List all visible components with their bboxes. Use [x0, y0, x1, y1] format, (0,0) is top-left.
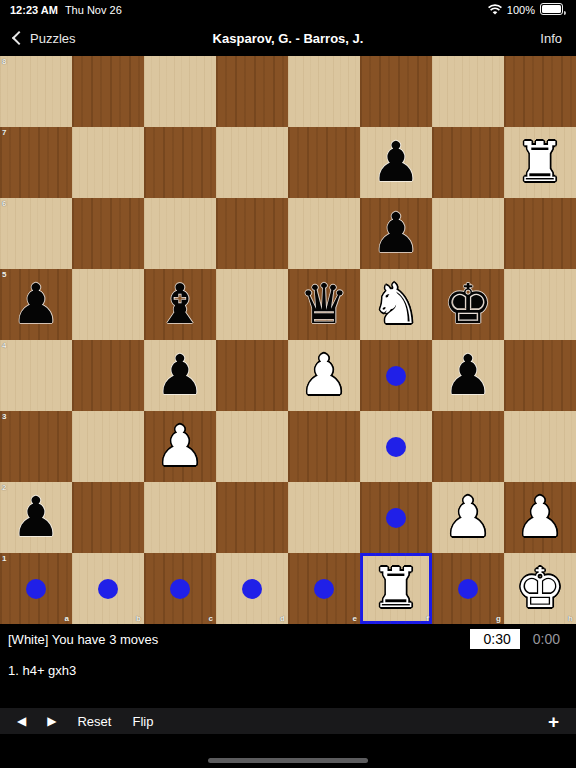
- move-hint-dot: [386, 366, 406, 386]
- square-a5[interactable]: 5♟: [0, 269, 72, 340]
- square-f2[interactable]: [360, 482, 432, 553]
- file-label-f: f: [426, 614, 429, 623]
- piece-black-queen: ♛: [288, 269, 360, 340]
- square-b8[interactable]: [72, 56, 144, 127]
- square-b4[interactable]: [72, 340, 144, 411]
- square-a6[interactable]: 6: [0, 198, 72, 269]
- square-g1[interactable]: g: [432, 553, 504, 624]
- rank-label-5: 5: [2, 270, 6, 279]
- battery-icon: [540, 3, 566, 17]
- piece-black-king: ♚: [432, 269, 504, 340]
- file-label-c: c: [209, 614, 213, 623]
- square-g3[interactable]: [432, 411, 504, 482]
- page-title: Kasparov, G. - Barros, J.: [213, 31, 364, 46]
- square-g4[interactable]: ♟: [432, 340, 504, 411]
- square-g6[interactable]: [432, 198, 504, 269]
- square-g2[interactable]: ♟: [432, 482, 504, 553]
- wifi-icon: [488, 4, 502, 17]
- square-h5[interactable]: [504, 269, 576, 340]
- square-a3[interactable]: 3: [0, 411, 72, 482]
- piece-white-knight: ♞: [360, 269, 432, 340]
- move-hint-dot: [26, 579, 46, 599]
- square-c1[interactable]: c: [144, 553, 216, 624]
- rank-label-6: 6: [2, 199, 6, 208]
- move-list: 1. h4+ gxh3: [8, 663, 568, 678]
- chess-board: 87♟♜6♟5♟♝♛♞♚4♟♟♟3♟2♟♟♟1abcdef♜gh♚: [0, 56, 576, 624]
- square-h3[interactable]: [504, 411, 576, 482]
- square-d6[interactable]: [216, 198, 288, 269]
- square-d3[interactable]: [216, 411, 288, 482]
- move-hint-dot: [314, 579, 334, 599]
- back-label: Puzzles: [30, 31, 76, 46]
- square-b7[interactable]: [72, 127, 144, 198]
- square-g8[interactable]: [432, 56, 504, 127]
- piece-white-king: ♚: [504, 553, 576, 624]
- piece-white-pawn: ♟: [288, 340, 360, 411]
- piece-black-bishop: ♝: [144, 269, 216, 340]
- battery-percent: 100%: [507, 4, 535, 16]
- square-g5[interactable]: ♚: [432, 269, 504, 340]
- move-hint-dot: [242, 579, 262, 599]
- square-a2[interactable]: 2♟: [0, 482, 72, 553]
- square-f7[interactable]: ♟: [360, 127, 432, 198]
- status-time: 12:23 AM: [10, 4, 58, 16]
- move-hint-dot: [458, 579, 478, 599]
- file-label-h: h: [568, 614, 573, 623]
- square-a8[interactable]: 8: [0, 56, 72, 127]
- square-h2[interactable]: ♟: [504, 482, 576, 553]
- square-d4[interactable]: [216, 340, 288, 411]
- info-button[interactable]: Info: [540, 31, 562, 46]
- square-c6[interactable]: [144, 198, 216, 269]
- piece-black-pawn: ♟: [0, 482, 72, 553]
- file-label-g: g: [496, 614, 501, 623]
- square-h1[interactable]: h♚: [504, 553, 576, 624]
- bottom-toolbar: ◀ ▶ Reset Flip +: [0, 708, 576, 734]
- rank-label-3: 3: [2, 412, 6, 421]
- square-d1[interactable]: d: [216, 553, 288, 624]
- chevron-left-icon: [12, 31, 26, 45]
- step-back-button[interactable]: ◀: [17, 714, 26, 728]
- square-e7[interactable]: [288, 127, 360, 198]
- move-hint-dot: [98, 579, 118, 599]
- square-g7[interactable]: [432, 127, 504, 198]
- square-f6[interactable]: ♟: [360, 198, 432, 269]
- piece-black-pawn: ♟: [360, 198, 432, 269]
- file-label-b: b: [136, 614, 141, 623]
- square-e4[interactable]: ♟: [288, 340, 360, 411]
- square-d2[interactable]: [216, 482, 288, 553]
- square-c5[interactable]: ♝: [144, 269, 216, 340]
- flip-button[interactable]: Flip: [132, 714, 153, 729]
- square-d5[interactable]: [216, 269, 288, 340]
- piece-white-rook: ♜: [360, 553, 432, 624]
- rank-label-4: 4: [2, 341, 6, 350]
- square-b3[interactable]: [72, 411, 144, 482]
- square-e3[interactable]: [288, 411, 360, 482]
- square-c2[interactable]: [144, 482, 216, 553]
- square-f3[interactable]: [360, 411, 432, 482]
- piece-black-pawn: ♟: [432, 340, 504, 411]
- square-b1[interactable]: b: [72, 553, 144, 624]
- move-hint-dot: [386, 437, 406, 457]
- square-h8[interactable]: [504, 56, 576, 127]
- reset-button[interactable]: Reset: [77, 714, 111, 729]
- square-d7[interactable]: [216, 127, 288, 198]
- black-clock: 0:00: [533, 631, 560, 647]
- move-hint-dot: [170, 579, 190, 599]
- piece-black-pawn: ♟: [0, 269, 72, 340]
- piece-black-pawn: ♟: [144, 340, 216, 411]
- square-b6[interactable]: [72, 198, 144, 269]
- rank-label-7: 7: [2, 128, 6, 137]
- step-forward-button[interactable]: ▶: [47, 714, 56, 728]
- square-c4[interactable]: ♟: [144, 340, 216, 411]
- piece-white-pawn: ♟: [432, 482, 504, 553]
- file-label-e: e: [353, 614, 357, 623]
- square-d8[interactable]: [216, 56, 288, 127]
- app-screen: 12:23 AM Thu Nov 26 100% Puzzles Kasparo…: [0, 0, 576, 768]
- square-b5[interactable]: [72, 269, 144, 340]
- square-h7[interactable]: ♜: [504, 127, 576, 198]
- puzzle-status-text: [White] You have 3 moves: [8, 632, 158, 647]
- square-a1[interactable]: 1a: [0, 553, 72, 624]
- piece-white-rook: ♜: [504, 127, 576, 198]
- status-bar: 12:23 AM Thu Nov 26 100%: [0, 0, 576, 20]
- square-b2[interactable]: [72, 482, 144, 553]
- move-hint-dot: [386, 508, 406, 528]
- square-h4[interactable]: [504, 340, 576, 411]
- rank-label-2: 2: [2, 483, 6, 492]
- square-c3[interactable]: ♟: [144, 411, 216, 482]
- status-right: 100%: [488, 3, 566, 17]
- square-a4[interactable]: 4: [0, 340, 72, 411]
- square-f5[interactable]: ♞: [360, 269, 432, 340]
- square-c7[interactable]: [144, 127, 216, 198]
- square-f4[interactable]: [360, 340, 432, 411]
- square-h6[interactable]: [504, 198, 576, 269]
- white-clock: 0:30: [470, 629, 520, 649]
- square-e5[interactable]: ♛: [288, 269, 360, 340]
- square-e6[interactable]: [288, 198, 360, 269]
- file-label-a: a: [65, 614, 69, 623]
- piece-white-pawn: ♟: [504, 482, 576, 553]
- piece-black-pawn: ♟: [360, 127, 432, 198]
- square-f1[interactable]: f♜: [360, 553, 432, 624]
- square-c8[interactable]: [144, 56, 216, 127]
- square-f8[interactable]: [360, 56, 432, 127]
- back-to-puzzles-button[interactable]: Puzzles: [14, 31, 76, 46]
- square-e8[interactable]: [288, 56, 360, 127]
- status-left: 12:23 AM Thu Nov 26: [10, 4, 122, 16]
- rank-label-1: 1: [2, 554, 6, 563]
- nav-bar: Puzzles Kasparov, G. - Barros, J. Info: [0, 20, 576, 56]
- piece-white-pawn: ♟: [144, 411, 216, 482]
- add-button[interactable]: +: [548, 712, 559, 731]
- rank-label-8: 8: [2, 57, 6, 66]
- file-label-d: d: [280, 614, 285, 623]
- square-a7[interactable]: 7: [0, 127, 72, 198]
- square-e1[interactable]: e: [288, 553, 360, 624]
- status-date: Thu Nov 26: [65, 4, 122, 16]
- home-indicator[interactable]: [208, 758, 368, 763]
- square-e2[interactable]: [288, 482, 360, 553]
- info-panel: [White] You have 3 moves 0:30 0:00 1. h4…: [0, 624, 576, 678]
